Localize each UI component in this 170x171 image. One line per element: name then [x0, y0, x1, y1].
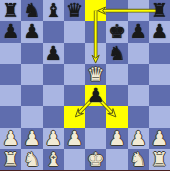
piece-white-rook-a1[interactable]: ♜ [2, 149, 19, 170]
piece-black-pawn-a7[interactable]: ♟ [2, 21, 19, 42]
piece-white-pawn-c2[interactable]: ♟ [44, 128, 61, 149]
square-f1[interactable] [106, 149, 127, 170]
square-g4[interactable] [128, 85, 149, 106]
piece-white-pawn-a2[interactable]: ♟ [2, 128, 19, 149]
square-f7[interactable]: ♚ [106, 21, 127, 42]
square-c4[interactable] [43, 85, 64, 106]
square-c3[interactable] [43, 106, 64, 127]
square-c7[interactable] [43, 21, 64, 42]
square-b7[interactable]: ♟ [21, 21, 42, 42]
square-f6[interactable]: ♞ [106, 43, 127, 64]
square-d1[interactable] [64, 149, 85, 170]
piece-black-queen-d8[interactable]: ♛ [66, 0, 83, 21]
piece-white-queen-e5[interactable]: ♛ [87, 64, 104, 85]
square-h3[interactable] [149, 106, 170, 127]
square-d5[interactable] [64, 64, 85, 85]
piece-black-pawn-g7[interactable]: ♟ [129, 21, 146, 42]
piece-black-pawn-b7[interactable]: ♟ [23, 21, 40, 42]
piece-white-knight-b1[interactable]: ♞ [23, 149, 40, 170]
square-g7[interactable]: ♟ [128, 21, 149, 42]
square-d3[interactable] [64, 106, 85, 127]
piece-black-pawn-e4[interactable]: ♟ [87, 85, 104, 106]
piece-black-bishop-c8[interactable]: ♝ [44, 0, 61, 21]
square-h1[interactable]: ♜ [149, 149, 170, 170]
piece-black-rook-h8[interactable]: ♜ [151, 0, 168, 21]
square-h5[interactable] [149, 64, 170, 85]
square-a5[interactable] [0, 64, 21, 85]
square-e6[interactable] [85, 43, 106, 64]
square-d6[interactable] [64, 43, 85, 64]
square-d4[interactable] [64, 85, 85, 106]
square-f8[interactable] [106, 0, 127, 21]
square-f4[interactable] [106, 85, 127, 106]
square-d7[interactable] [64, 21, 85, 42]
square-a3[interactable] [0, 106, 21, 127]
chess-app-screenshot: ♜♞♝♛♜♟♟♚♟♟♟♞♛♟♟♟♟♟♟♟♟♜♞♝♚♞♜ [0, 0, 170, 171]
square-h6[interactable] [149, 43, 170, 64]
piece-white-knight-g1[interactable]: ♞ [129, 149, 146, 170]
square-a6[interactable] [0, 43, 21, 64]
square-b1[interactable]: ♞ [21, 149, 42, 170]
square-g6[interactable] [128, 43, 149, 64]
square-c2[interactable]: ♟ [43, 128, 64, 149]
piece-black-king-f7[interactable]: ♚ [108, 21, 125, 42]
square-h7[interactable]: ♟ [149, 21, 170, 42]
square-h8[interactable]: ♜ [149, 0, 170, 21]
piece-black-pawn-h7[interactable]: ♟ [151, 21, 168, 42]
square-a4[interactable] [0, 85, 21, 106]
square-g2[interactable]: ♟ [128, 128, 149, 149]
square-f5[interactable] [106, 64, 127, 85]
square-e4[interactable]: ♟ [85, 85, 106, 106]
square-g5[interactable] [128, 64, 149, 85]
square-g8[interactable] [128, 0, 149, 21]
piece-white-rook-h1[interactable]: ♜ [151, 149, 168, 170]
square-h4[interactable] [149, 85, 170, 106]
square-e5[interactable]: ♛ [85, 64, 106, 85]
piece-white-pawn-g2[interactable]: ♟ [129, 128, 146, 149]
square-a1[interactable]: ♜ [0, 149, 21, 170]
square-e3[interactable] [85, 106, 106, 127]
piece-white-king-e1[interactable]: ♚ [87, 149, 104, 170]
square-f3[interactable] [106, 106, 127, 127]
square-e8[interactable] [85, 0, 106, 21]
piece-white-bishop-c1[interactable]: ♝ [44, 149, 61, 170]
piece-black-pawn-c6[interactable]: ♟ [44, 43, 61, 64]
square-b8[interactable]: ♞ [21, 0, 42, 21]
square-e1[interactable]: ♚ [85, 149, 106, 170]
piece-black-rook-a8[interactable]: ♜ [2, 0, 19, 21]
board-bottom-edge [0, 170, 170, 171]
square-d2[interactable]: ♟ [64, 128, 85, 149]
square-d8[interactable]: ♛ [64, 0, 85, 21]
square-c1[interactable]: ♝ [43, 149, 64, 170]
piece-white-pawn-b2[interactable]: ♟ [23, 128, 40, 149]
piece-white-pawn-d2[interactable]: ♟ [66, 128, 83, 149]
square-a2[interactable]: ♟ [0, 128, 21, 149]
piece-white-pawn-f2[interactable]: ♟ [108, 128, 125, 149]
square-c8[interactable]: ♝ [43, 0, 64, 21]
square-c6[interactable]: ♟ [43, 43, 64, 64]
square-b4[interactable] [21, 85, 42, 106]
square-e7[interactable] [85, 21, 106, 42]
piece-black-knight-b8[interactable]: ♞ [23, 0, 40, 21]
piece-black-knight-f6[interactable]: ♞ [108, 43, 125, 64]
square-b2[interactable]: ♟ [21, 128, 42, 149]
square-a8[interactable]: ♜ [0, 0, 21, 21]
chess-board: ♜♞♝♛♜♟♟♚♟♟♟♞♛♟♟♟♟♟♟♟♟♜♞♝♚♞♜ [0, 0, 170, 170]
square-a7[interactable]: ♟ [0, 21, 21, 42]
square-f2[interactable]: ♟ [106, 128, 127, 149]
square-b3[interactable] [21, 106, 42, 127]
square-g1[interactable]: ♞ [128, 149, 149, 170]
piece-white-pawn-h2[interactable]: ♟ [151, 128, 168, 149]
square-b6[interactable] [21, 43, 42, 64]
square-e2[interactable] [85, 128, 106, 149]
square-b5[interactable] [21, 64, 42, 85]
square-h2[interactable]: ♟ [149, 128, 170, 149]
square-g3[interactable] [128, 106, 149, 127]
square-c5[interactable] [43, 64, 64, 85]
